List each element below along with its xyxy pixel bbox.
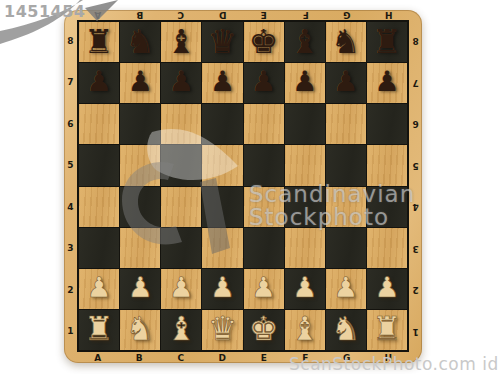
black-pawn[interactable]: ♟ [333,68,358,96]
square-f1[interactable]: ♝ [285,310,325,350]
white-rook[interactable]: ♜ [372,312,402,345]
square-e5[interactable] [244,145,284,185]
square-f7[interactable]: ♟ [285,63,325,103]
file-label-F: F [285,352,327,363]
square-d7[interactable]: ♟ [202,63,242,103]
rank-label-2: 2 [64,269,77,311]
file-label-H: H [368,352,410,363]
white-bishop[interactable]: ♝ [167,312,197,345]
square-b4[interactable] [120,187,160,227]
white-pawn[interactable]: ♟ [210,274,235,302]
black-knight[interactable]: ♞ [125,25,155,58]
square-g1[interactable]: ♞ [326,310,366,350]
square-c7[interactable]: ♟ [161,63,201,103]
file-label-E: E [243,10,285,20]
square-a4[interactable] [79,187,119,227]
black-pawn[interactable]: ♟ [87,68,112,96]
file-label-B: B [119,352,161,363]
square-d1[interactable]: ♛ [202,310,242,350]
square-e7[interactable]: ♟ [244,63,284,103]
square-c2[interactable]: ♟ [161,269,201,309]
square-d3[interactable] [202,228,242,268]
square-h5[interactable] [367,145,407,185]
white-rook[interactable]: ♜ [84,312,114,345]
square-a5[interactable] [79,145,119,185]
stock-photo-chess-board: ABCDEFGH ABCDEFGH 87654321 87654321 ♜♞♝♛… [0,0,500,374]
black-pawn[interactable]: ♟ [292,68,317,96]
square-h1[interactable]: ♜ [367,310,407,350]
white-queen[interactable]: ♛ [208,312,238,345]
square-a3[interactable] [79,228,119,268]
black-bishop[interactable]: ♝ [290,25,320,58]
black-pawn[interactable]: ♟ [169,68,194,96]
black-bishop[interactable]: ♝ [167,25,197,58]
file-label-F: F [285,10,327,20]
square-c5[interactable] [161,145,201,185]
file-labels-top: ABCDEFGH [77,10,409,20]
square-c6[interactable] [161,104,201,144]
square-f8[interactable]: ♝ [285,22,325,62]
black-rook[interactable]: ♜ [372,25,402,58]
black-pawn[interactable]: ♟ [128,68,153,96]
square-d6[interactable] [202,104,242,144]
square-b3[interactable] [120,228,160,268]
black-pawn[interactable]: ♟ [374,68,399,96]
square-b5[interactable] [120,145,160,185]
square-f2[interactable]: ♟ [285,269,325,309]
black-knight[interactable]: ♞ [331,25,361,58]
file-labels-bottom: ABCDEFGH [77,352,409,363]
square-f5[interactable] [285,145,325,185]
square-g3[interactable] [326,228,366,268]
rank-label-7: 7 [409,62,422,104]
board-grid: ♜♞♝♛♚♝♞♜♟♟♟♟♟♟♟♟♟♟♟♟♟♟♟♟♜♞♝♛♚♝♞♜ [77,20,409,352]
white-pawn[interactable]: ♟ [128,274,153,302]
rank-labels-left: 87654321 [64,20,77,352]
square-h7[interactable]: ♟ [367,63,407,103]
white-pawn[interactable]: ♟ [333,274,358,302]
square-b6[interactable] [120,104,160,144]
square-f4[interactable] [285,187,325,227]
rank-label-6: 6 [409,103,422,145]
square-e2[interactable]: ♟ [244,269,284,309]
rank-label-2: 2 [409,269,422,311]
square-b8[interactable]: ♞ [120,22,160,62]
square-g2[interactable]: ♟ [326,269,366,309]
square-h6[interactable] [367,104,407,144]
black-king[interactable]: ♚ [249,25,279,58]
square-f3[interactable] [285,228,325,268]
rank-label-8: 8 [409,20,422,62]
white-pawn[interactable]: ♟ [169,274,194,302]
square-b7[interactable]: ♟ [120,63,160,103]
white-king[interactable]: ♚ [249,312,279,345]
square-f6[interactable] [285,104,325,144]
rank-label-8: 8 [64,20,77,62]
rank-label-7: 7 [64,62,77,104]
rank-label-3: 3 [409,228,422,270]
white-pawn[interactable]: ♟ [87,274,112,302]
file-label-C: C [160,352,202,363]
file-label-G: G [326,352,368,363]
square-c1[interactable]: ♝ [161,310,201,350]
square-b2[interactable]: ♟ [120,269,160,309]
square-d2[interactable]: ♟ [202,269,242,309]
black-rook[interactable]: ♜ [84,25,114,58]
square-h8[interactable]: ♜ [367,22,407,62]
rank-label-5: 5 [409,145,422,187]
square-g8[interactable]: ♞ [326,22,366,62]
square-d5[interactable] [202,145,242,185]
file-label-B: B [119,10,161,20]
rank-label-3: 3 [64,228,77,270]
rank-label-4: 4 [64,186,77,228]
white-knight[interactable]: ♞ [125,312,155,345]
rank-label-1: 1 [409,311,422,353]
square-c8[interactable]: ♝ [161,22,201,62]
file-label-H: H [368,10,410,20]
file-label-D: D [202,352,244,363]
file-label-A: A [77,352,119,363]
file-label-A: A [77,10,119,20]
square-e8[interactable]: ♚ [244,22,284,62]
rank-label-5: 5 [64,145,77,187]
square-e6[interactable] [244,104,284,144]
square-g6[interactable] [326,104,366,144]
white-pawn[interactable]: ♟ [374,274,399,302]
square-a8[interactable]: ♜ [79,22,119,62]
square-a1[interactable]: ♜ [79,310,119,350]
white-bishop[interactable]: ♝ [290,312,320,345]
square-h3[interactable] [367,228,407,268]
square-c3[interactable] [161,228,201,268]
black-queen[interactable]: ♛ [208,25,238,58]
square-b1[interactable]: ♞ [120,310,160,350]
square-h2[interactable]: ♟ [367,269,407,309]
rank-label-1: 1 [64,311,77,353]
white-pawn[interactable]: ♟ [251,274,276,302]
file-label-E: E [243,352,285,363]
white-pawn[interactable]: ♟ [292,274,317,302]
black-pawn[interactable]: ♟ [251,68,276,96]
white-knight[interactable]: ♞ [331,312,361,345]
file-label-C: C [160,10,202,20]
black-pawn[interactable]: ♟ [210,68,235,96]
rank-label-6: 6 [64,103,77,145]
square-a2[interactable]: ♟ [79,269,119,309]
square-h4[interactable] [367,187,407,227]
file-label-G: G [326,10,368,20]
rank-label-4: 4 [409,186,422,228]
file-label-D: D [202,10,244,20]
square-e3[interactable] [244,228,284,268]
square-g4[interactable] [326,187,366,227]
square-a7[interactable]: ♟ [79,63,119,103]
square-c4[interactable] [161,187,201,227]
square-a6[interactable] [79,104,119,144]
square-g5[interactable] [326,145,366,185]
chess-board: ABCDEFGH ABCDEFGH 87654321 87654321 ♜♞♝♛… [64,10,422,363]
square-e4[interactable] [244,187,284,227]
rank-labels-right: 87654321 [409,20,422,352]
square-g7[interactable]: ♟ [326,63,366,103]
square-d8[interactable]: ♛ [202,22,242,62]
square-d4[interactable] [202,187,242,227]
square-e1[interactable]: ♚ [244,310,284,350]
